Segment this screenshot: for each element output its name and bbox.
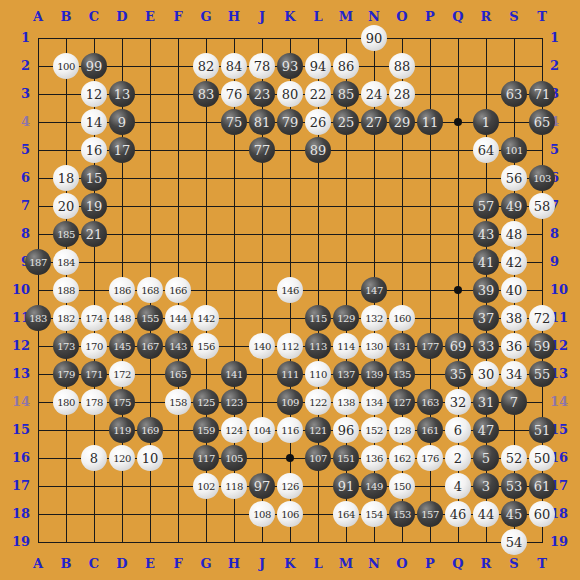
move-number: 48: [506, 227, 523, 242]
move-number: 131: [393, 341, 411, 352]
stone-white-B10: 188: [53, 277, 79, 303]
move-number: 151: [337, 453, 355, 464]
column-label-top-O: O: [392, 10, 412, 24]
stone-black-T4: 65: [529, 109, 555, 135]
move-number: 19: [86, 199, 103, 214]
move-number: 5: [482, 451, 490, 466]
stone-black-T13: 55: [529, 361, 555, 387]
move-number: 160: [393, 313, 411, 324]
stone-black-L12: 113: [305, 333, 331, 359]
stone-white-S13: 34: [501, 361, 527, 387]
move-number: 152: [365, 425, 383, 436]
stone-white-O15: 128: [389, 417, 415, 443]
move-number: 17: [114, 143, 131, 158]
stone-white-K12: 112: [277, 333, 303, 359]
row-label-left-1: 1: [4, 31, 30, 45]
move-number: 100: [57, 61, 75, 72]
move-number: 128: [393, 425, 411, 436]
move-number: 16: [86, 143, 103, 158]
move-number: 143: [169, 341, 187, 352]
stone-white-O16: 162: [389, 445, 415, 471]
row-label-left-6: 6: [4, 171, 30, 185]
stone-black-P15: 161: [417, 417, 443, 443]
move-number: 137: [337, 369, 355, 380]
stone-black-S5: 101: [501, 137, 527, 163]
stone-black-R15: 47: [473, 417, 499, 443]
move-number: 122: [309, 397, 327, 408]
stone-white-P16: 176: [417, 445, 443, 471]
move-number: 1: [482, 115, 490, 130]
row-label-right-8: 8: [550, 227, 576, 241]
move-number: 91: [338, 479, 355, 494]
move-number: 134: [365, 397, 383, 408]
stone-black-Q12: 69: [445, 333, 471, 359]
move-number: 51: [534, 423, 551, 438]
stone-white-O3: 28: [389, 81, 415, 107]
move-number: 61: [534, 479, 551, 494]
move-number: 93: [282, 59, 299, 74]
stone-black-G16: 117: [193, 445, 219, 471]
row-label-right-9: 9: [550, 255, 576, 269]
stone-white-J18: 108: [249, 501, 275, 527]
stone-white-K18: 106: [277, 501, 303, 527]
stone-black-G14: 125: [193, 389, 219, 415]
move-number: 33: [478, 339, 495, 354]
move-number: 24: [366, 87, 383, 102]
stone-white-B7: 20: [53, 193, 79, 219]
stone-white-M14: 138: [333, 389, 359, 415]
move-number: 171: [85, 369, 103, 380]
stone-black-R17: 3: [473, 473, 499, 499]
column-label-top-N: N: [364, 10, 384, 24]
move-number: 37: [478, 311, 495, 326]
stone-black-T3: 71: [529, 81, 555, 107]
stone-white-C16: 8: [81, 445, 107, 471]
move-number: 90: [366, 31, 383, 46]
stone-black-J4: 81: [249, 109, 275, 135]
column-label-bottom-P: P: [420, 557, 440, 571]
column-label-bottom-C: C: [84, 557, 104, 571]
stone-black-R14: 31: [473, 389, 499, 415]
move-number: 112: [281, 341, 299, 352]
move-number: 173: [57, 341, 75, 352]
move-number: 126: [281, 481, 299, 492]
move-number: 32: [450, 395, 467, 410]
stone-white-J2: 78: [249, 53, 275, 79]
move-number: 132: [365, 313, 383, 324]
stone-white-L3: 22: [305, 81, 331, 107]
move-number: 148: [113, 313, 131, 324]
move-number: 69: [450, 339, 467, 354]
move-number: 175: [113, 397, 131, 408]
stone-black-E15: 169: [137, 417, 163, 443]
stone-white-S19: 54: [501, 529, 527, 555]
move-number: 115: [309, 313, 327, 324]
move-number: 139: [365, 369, 383, 380]
move-number: 123: [225, 397, 243, 408]
stone-white-H17: 118: [221, 473, 247, 499]
stone-black-P4: 11: [417, 109, 443, 135]
stone-black-S14: 7: [501, 389, 527, 415]
move-number: 35: [450, 367, 467, 382]
stone-black-A11: 183: [25, 305, 51, 331]
move-number: 142: [197, 313, 215, 324]
move-number: 185: [57, 229, 75, 240]
go-board[interactable]: AABBCCDDEEFFGGHHJJKKLLMMNNOOPPQQRRSSTT11…: [0, 0, 580, 580]
move-number: 7: [510, 395, 518, 410]
move-number: 172: [113, 369, 131, 380]
stone-black-J5: 77: [249, 137, 275, 163]
stone-black-P14: 163: [417, 389, 443, 415]
move-number: 97: [254, 479, 271, 494]
stone-white-H2: 84: [221, 53, 247, 79]
move-number: 60: [534, 507, 551, 522]
stone-white-N1: 90: [361, 25, 387, 51]
stone-black-T6: 103: [529, 165, 555, 191]
stone-white-R5: 64: [473, 137, 499, 163]
row-label-left-17: 17: [4, 479, 30, 493]
move-number: 183: [29, 313, 47, 324]
stone-white-D11: 148: [109, 305, 135, 331]
stone-black-R4: 1: [473, 109, 499, 135]
move-number: 28: [394, 87, 411, 102]
column-label-bottom-F: F: [168, 557, 188, 571]
stone-black-R10: 39: [473, 277, 499, 303]
stone-black-Q13: 35: [445, 361, 471, 387]
stone-white-T16: 50: [529, 445, 555, 471]
stone-black-A9: 187: [25, 249, 51, 275]
stone-white-J15: 104: [249, 417, 275, 443]
column-label-bottom-L: L: [308, 557, 328, 571]
stone-black-P12: 177: [417, 333, 443, 359]
stone-black-M11: 129: [333, 305, 359, 331]
stone-black-S7: 49: [501, 193, 527, 219]
move-number: 144: [169, 313, 187, 324]
move-number: 167: [141, 341, 159, 352]
stone-white-T7: 58: [529, 193, 555, 219]
move-number: 184: [57, 257, 75, 268]
move-number: 2: [454, 451, 462, 466]
stone-black-C6: 15: [81, 165, 107, 191]
move-number: 56: [506, 171, 523, 186]
stone-white-R13: 30: [473, 361, 499, 387]
stone-black-H13: 141: [221, 361, 247, 387]
move-number: 147: [365, 285, 383, 296]
column-label-top-F: F: [168, 10, 188, 24]
stone-black-F13: 165: [165, 361, 191, 387]
move-number: 103: [533, 173, 551, 184]
move-number: 101: [505, 145, 523, 156]
move-number: 4: [454, 479, 462, 494]
column-label-top-K: K: [280, 10, 300, 24]
row-label-left-19: 19: [4, 535, 30, 549]
stone-white-L4: 26: [305, 109, 331, 135]
stone-black-D3: 13: [109, 81, 135, 107]
move-number: 154: [365, 509, 383, 520]
column-label-top-S: S: [504, 10, 524, 24]
move-number: 108: [253, 509, 271, 520]
stone-black-D14: 175: [109, 389, 135, 415]
move-number: 174: [85, 313, 103, 324]
row-label-right-14: 14: [550, 395, 576, 409]
stone-white-O17: 150: [389, 473, 415, 499]
column-label-bottom-K: K: [280, 557, 300, 571]
stone-black-K13: 111: [277, 361, 303, 387]
row-label-left-10: 10: [4, 283, 30, 297]
move-number: 76: [226, 87, 243, 102]
stone-white-C14: 178: [81, 389, 107, 415]
move-number: 72: [534, 311, 551, 326]
move-number: 26: [310, 115, 327, 130]
stone-white-S6: 56: [501, 165, 527, 191]
column-label-bottom-S: S: [504, 557, 524, 571]
stone-white-R18: 44: [473, 501, 499, 527]
stone-white-C4: 14: [81, 109, 107, 135]
move-number: 41: [478, 255, 495, 270]
column-label-top-Q: Q: [448, 10, 468, 24]
column-label-top-B: B: [56, 10, 76, 24]
move-number: 55: [534, 367, 551, 382]
stone-white-B6: 18: [53, 165, 79, 191]
stone-black-R8: 43: [473, 221, 499, 247]
star-point-Q10: [454, 286, 462, 294]
move-number: 8: [90, 451, 98, 466]
move-number: 116: [281, 425, 299, 436]
stone-black-O14: 127: [389, 389, 415, 415]
row-label-left-7: 7: [4, 199, 30, 213]
move-number: 179: [57, 369, 75, 380]
move-number: 18: [58, 171, 75, 186]
stone-black-R12: 33: [473, 333, 499, 359]
move-number: 117: [197, 453, 215, 464]
move-number: 150: [393, 481, 411, 492]
stone-white-M15: 96: [333, 417, 359, 443]
stone-black-N13: 139: [361, 361, 387, 387]
move-number: 187: [29, 257, 47, 268]
stone-black-H14: 123: [221, 389, 247, 415]
row-label-left-14: 14: [4, 395, 30, 409]
move-number: 53: [506, 479, 523, 494]
stone-white-F11: 144: [165, 305, 191, 331]
stone-black-C13: 171: [81, 361, 107, 387]
stone-black-K14: 109: [277, 389, 303, 415]
move-number: 105: [225, 453, 243, 464]
move-number: 178: [85, 397, 103, 408]
move-number: 140: [253, 341, 271, 352]
move-number: 130: [365, 341, 383, 352]
move-number: 102: [197, 481, 215, 492]
move-number: 155: [141, 313, 159, 324]
stone-black-T12: 59: [529, 333, 555, 359]
column-label-bottom-D: D: [112, 557, 132, 571]
move-number: 58: [534, 199, 551, 214]
move-number: 89: [310, 143, 327, 158]
move-number: 36: [506, 339, 523, 354]
stone-black-J17: 97: [249, 473, 275, 499]
move-number: 158: [169, 397, 187, 408]
move-number: 135: [393, 369, 411, 380]
move-number: 20: [58, 199, 75, 214]
row-label-right-10: 10: [550, 283, 576, 297]
column-label-top-C: C: [84, 10, 104, 24]
stone-white-K3: 80: [277, 81, 303, 107]
column-label-bottom-R: R: [476, 557, 496, 571]
move-number: 23: [254, 87, 271, 102]
move-number: 121: [309, 425, 327, 436]
stone-black-B12: 173: [53, 333, 79, 359]
move-number: 75: [226, 115, 243, 130]
stone-white-S16: 52: [501, 445, 527, 471]
stone-black-K4: 79: [277, 109, 303, 135]
row-label-left-15: 15: [4, 423, 30, 437]
stone-black-D12: 145: [109, 333, 135, 359]
column-label-top-T: T: [532, 10, 552, 24]
move-number: 120: [113, 453, 131, 464]
stone-white-S8: 48: [501, 221, 527, 247]
stone-white-N15: 152: [361, 417, 387, 443]
move-number: 14: [86, 115, 103, 130]
move-number: 176: [421, 453, 439, 464]
stone-white-E16: 10: [137, 445, 163, 471]
stone-black-H16: 105: [221, 445, 247, 471]
row-label-left-5: 5: [4, 143, 30, 157]
move-number: 47: [478, 423, 495, 438]
stone-white-M2: 86: [333, 53, 359, 79]
stone-white-G12: 156: [193, 333, 219, 359]
stone-black-M16: 151: [333, 445, 359, 471]
move-number: 64: [478, 143, 495, 158]
stone-white-F10: 166: [165, 277, 191, 303]
move-number: 40: [506, 283, 523, 298]
stone-white-G2: 82: [193, 53, 219, 79]
column-label-top-G: G: [196, 10, 216, 24]
move-number: 88: [394, 59, 411, 74]
stone-black-C7: 19: [81, 193, 107, 219]
move-number: 71: [534, 87, 551, 102]
move-number: 50: [534, 451, 551, 466]
move-number: 65: [534, 115, 551, 130]
move-number: 78: [254, 59, 271, 74]
row-label-right-19: 19: [550, 535, 576, 549]
move-number: 111: [281, 369, 299, 380]
stone-white-E10: 168: [137, 277, 163, 303]
move-number: 169: [141, 425, 159, 436]
move-number: 3: [482, 479, 490, 494]
stone-black-P18: 157: [417, 501, 443, 527]
move-number: 30: [478, 367, 495, 382]
stone-white-B2: 100: [53, 53, 79, 79]
stone-black-D15: 119: [109, 417, 135, 443]
stone-black-N4: 27: [361, 109, 387, 135]
move-number: 107: [309, 453, 327, 464]
stone-black-O12: 131: [389, 333, 415, 359]
stone-white-Q18: 46: [445, 501, 471, 527]
move-number: 138: [337, 397, 355, 408]
stone-black-K2: 93: [277, 53, 303, 79]
move-number: 99: [86, 59, 103, 74]
move-number: 94: [310, 59, 327, 74]
move-number: 63: [506, 87, 523, 102]
move-number: 156: [197, 341, 215, 352]
move-number: 170: [85, 341, 103, 352]
move-number: 164: [337, 509, 355, 520]
row-label-left-3: 3: [4, 87, 30, 101]
stone-black-L16: 107: [305, 445, 331, 471]
move-number: 10: [142, 451, 159, 466]
column-label-top-L: L: [308, 10, 328, 24]
stone-black-S3: 63: [501, 81, 527, 107]
stone-black-J3: 23: [249, 81, 275, 107]
stone-white-M18: 164: [333, 501, 359, 527]
stone-black-O13: 135: [389, 361, 415, 387]
stone-white-T11: 72: [529, 305, 555, 331]
column-label-bottom-B: B: [56, 557, 76, 571]
move-number: 186: [113, 285, 131, 296]
move-number: 13: [114, 87, 131, 102]
move-number: 96: [338, 423, 355, 438]
row-label-left-18: 18: [4, 507, 30, 521]
move-number: 165: [169, 369, 187, 380]
move-number: 15: [86, 171, 103, 186]
stone-white-N14: 134: [361, 389, 387, 415]
stone-white-L2: 94: [305, 53, 331, 79]
stone-white-Q17: 4: [445, 473, 471, 499]
move-number: 159: [197, 425, 215, 436]
move-number: 109: [281, 397, 299, 408]
move-number: 38: [506, 311, 523, 326]
stone-white-N3: 24: [361, 81, 387, 107]
move-number: 81: [254, 115, 271, 130]
star-point-K16: [286, 454, 294, 462]
row-label-right-2: 2: [550, 59, 576, 73]
stone-black-T17: 61: [529, 473, 555, 499]
move-number: 39: [478, 283, 495, 298]
stone-black-O18: 153: [389, 501, 415, 527]
stone-white-J12: 140: [249, 333, 275, 359]
move-number: 168: [141, 285, 159, 296]
move-number: 54: [506, 535, 523, 550]
stone-white-C3: 12: [81, 81, 107, 107]
row-label-left-16: 16: [4, 451, 30, 465]
move-number: 188: [57, 285, 75, 296]
move-number: 153: [393, 509, 411, 520]
move-number: 77: [254, 143, 271, 158]
column-label-bottom-M: M: [336, 557, 356, 571]
stone-white-S12: 36: [501, 333, 527, 359]
stone-white-F14: 158: [165, 389, 191, 415]
column-label-top-P: P: [420, 10, 440, 24]
move-number: 141: [225, 369, 243, 380]
stone-white-Q15: 6: [445, 417, 471, 443]
row-label-left-13: 13: [4, 367, 30, 381]
move-number: 59: [534, 339, 551, 354]
column-label-bottom-A: A: [28, 557, 48, 571]
column-label-top-A: A: [28, 10, 48, 24]
move-number: 83: [198, 87, 215, 102]
stone-black-R16: 5: [473, 445, 499, 471]
stone-white-D13: 172: [109, 361, 135, 387]
move-number: 129: [337, 313, 355, 324]
stone-white-C12: 170: [81, 333, 107, 359]
column-label-top-D: D: [112, 10, 132, 24]
stone-black-H4: 75: [221, 109, 247, 135]
stone-white-B11: 182: [53, 305, 79, 331]
stone-black-G3: 83: [193, 81, 219, 107]
move-number: 43: [478, 227, 495, 242]
move-number: 104: [253, 425, 271, 436]
stone-black-S18: 45: [501, 501, 527, 527]
stone-white-M12: 114: [333, 333, 359, 359]
